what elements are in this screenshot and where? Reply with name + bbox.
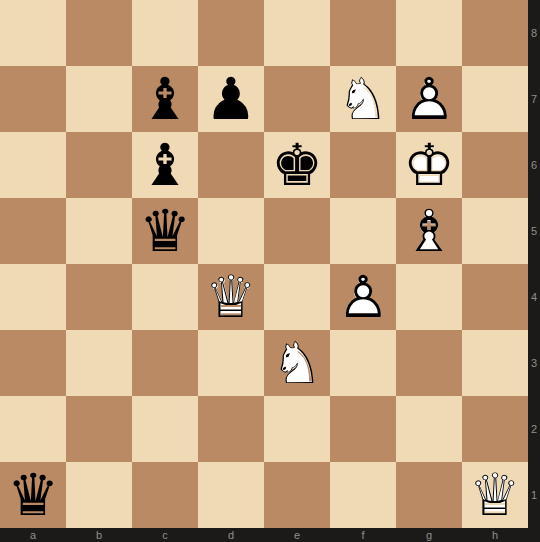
rank-label-8: 8 — [528, 0, 540, 66]
square-h8[interactable] — [462, 0, 528, 66]
square-g5[interactable]: ♝♗ — [396, 198, 462, 264]
square-h4[interactable] — [462, 264, 528, 330]
square-d2[interactable] — [198, 396, 264, 462]
square-d5[interactable] — [198, 198, 264, 264]
black-queen-piece[interactable]: ♛ — [132, 198, 198, 264]
square-b5[interactable] — [66, 198, 132, 264]
square-h7[interactable] — [462, 66, 528, 132]
white-piece-outline: ♘ — [264, 330, 330, 396]
square-d1[interactable] — [198, 462, 264, 528]
square-e8[interactable] — [264, 0, 330, 66]
white-piece-outline: ♙ — [396, 66, 462, 132]
square-c6[interactable]: ♝ — [132, 132, 198, 198]
white-king-piece[interactable]: ♚♔ — [396, 132, 462, 198]
square-a3[interactable] — [0, 330, 66, 396]
rank-label-1: 1 — [528, 462, 540, 528]
square-h1[interactable]: ♛♕ — [462, 462, 528, 528]
rank-label-2: 2 — [528, 396, 540, 462]
square-a6[interactable] — [0, 132, 66, 198]
square-h6[interactable] — [462, 132, 528, 198]
rank-label-5: 5 — [528, 198, 540, 264]
square-b6[interactable] — [66, 132, 132, 198]
black-piece-glyph: ♛ — [0, 462, 66, 528]
square-e7[interactable] — [264, 66, 330, 132]
square-h2[interactable] — [462, 396, 528, 462]
square-d6[interactable] — [198, 132, 264, 198]
square-f3[interactable] — [330, 330, 396, 396]
square-b3[interactable] — [66, 330, 132, 396]
square-f7[interactable]: ♞♘ — [330, 66, 396, 132]
file-label-e: e — [264, 528, 330, 542]
square-e1[interactable] — [264, 462, 330, 528]
square-d4[interactable]: ♛♕ — [198, 264, 264, 330]
chess-board: ♝♟♞♘♟♙♝♚♚♔♛♝♗♛♕♟♙♞♘♛♛♕ — [0, 0, 528, 528]
frame-corner — [528, 528, 540, 542]
square-d3[interactable] — [198, 330, 264, 396]
square-d7[interactable]: ♟ — [198, 66, 264, 132]
white-piece-outline: ♕ — [198, 264, 264, 330]
black-piece-glyph: ♝ — [132, 66, 198, 132]
white-piece-outline: ♗ — [396, 198, 462, 264]
square-b1[interactable] — [66, 462, 132, 528]
square-c5[interactable]: ♛ — [132, 198, 198, 264]
square-b4[interactable] — [66, 264, 132, 330]
square-g7[interactable]: ♟♙ — [396, 66, 462, 132]
black-bishop-piece[interactable]: ♝ — [132, 66, 198, 132]
white-piece-outline: ♘ — [330, 66, 396, 132]
file-label-b: b — [66, 528, 132, 542]
white-bishop-piece[interactable]: ♝♗ — [396, 198, 462, 264]
black-queen-piece[interactable]: ♛ — [0, 462, 66, 528]
white-piece-outline: ♔ — [396, 132, 462, 198]
black-piece-glyph: ♛ — [132, 198, 198, 264]
white-piece-outline: ♕ — [462, 462, 528, 528]
chess-board-frame: ♝♟♞♘♟♙♝♚♚♔♛♝♗♛♕♟♙♞♘♛♛♕ 87654321 abcdefgh — [0, 0, 540, 542]
square-c3[interactable] — [132, 330, 198, 396]
white-pawn-piece[interactable]: ♟♙ — [330, 264, 396, 330]
file-label-h: h — [462, 528, 528, 542]
rank-coordinates: 87654321 — [528, 0, 540, 528]
white-queen-piece[interactable]: ♛♕ — [198, 264, 264, 330]
square-e5[interactable] — [264, 198, 330, 264]
file-label-a: a — [0, 528, 66, 542]
square-g8[interactable] — [396, 0, 462, 66]
square-g2[interactable] — [396, 396, 462, 462]
white-pawn-piece[interactable]: ♟♙ — [396, 66, 462, 132]
black-king-piece[interactable]: ♚ — [264, 132, 330, 198]
file-coordinates: abcdefgh — [0, 528, 528, 542]
rank-label-4: 4 — [528, 264, 540, 330]
white-knight-piece[interactable]: ♞♘ — [264, 330, 330, 396]
file-label-d: d — [198, 528, 264, 542]
square-g1[interactable] — [396, 462, 462, 528]
square-a7[interactable] — [0, 66, 66, 132]
black-piece-glyph: ♝ — [132, 132, 198, 198]
square-e3[interactable]: ♞♘ — [264, 330, 330, 396]
square-g3[interactable] — [396, 330, 462, 396]
black-bishop-piece[interactable]: ♝ — [132, 132, 198, 198]
square-f4[interactable]: ♟♙ — [330, 264, 396, 330]
rank-label-3: 3 — [528, 330, 540, 396]
square-c8[interactable] — [132, 0, 198, 66]
square-a1[interactable]: ♛ — [0, 462, 66, 528]
square-f5[interactable] — [330, 198, 396, 264]
square-c2[interactable] — [132, 396, 198, 462]
white-knight-piece[interactable]: ♞♘ — [330, 66, 396, 132]
rank-label-7: 7 — [528, 66, 540, 132]
square-f6[interactable] — [330, 132, 396, 198]
rank-label-6: 6 — [528, 132, 540, 198]
square-e4[interactable] — [264, 264, 330, 330]
square-c4[interactable] — [132, 264, 198, 330]
square-g4[interactable] — [396, 264, 462, 330]
square-a8[interactable] — [0, 0, 66, 66]
square-d8[interactable] — [198, 0, 264, 66]
square-h3[interactable] — [462, 330, 528, 396]
black-piece-glyph: ♟ — [198, 66, 264, 132]
square-b7[interactable] — [66, 66, 132, 132]
square-a4[interactable] — [0, 264, 66, 330]
square-g6[interactable]: ♚♔ — [396, 132, 462, 198]
square-e6[interactable]: ♚ — [264, 132, 330, 198]
file-label-c: c — [132, 528, 198, 542]
square-h5[interactable] — [462, 198, 528, 264]
square-f8[interactable] — [330, 0, 396, 66]
file-label-g: g — [396, 528, 462, 542]
square-b8[interactable] — [66, 0, 132, 66]
square-b2[interactable] — [66, 396, 132, 462]
white-queen-piece[interactable]: ♛♕ — [462, 462, 528, 528]
square-a5[interactable] — [0, 198, 66, 264]
square-f1[interactable] — [330, 462, 396, 528]
white-piece-outline: ♙ — [330, 264, 396, 330]
square-a2[interactable] — [0, 396, 66, 462]
black-piece-glyph: ♚ — [264, 132, 330, 198]
square-c1[interactable] — [132, 462, 198, 528]
square-e2[interactable] — [264, 396, 330, 462]
square-f2[interactable] — [330, 396, 396, 462]
file-label-f: f — [330, 528, 396, 542]
square-c7[interactable]: ♝ — [132, 66, 198, 132]
black-pawn-piece[interactable]: ♟ — [198, 66, 264, 132]
